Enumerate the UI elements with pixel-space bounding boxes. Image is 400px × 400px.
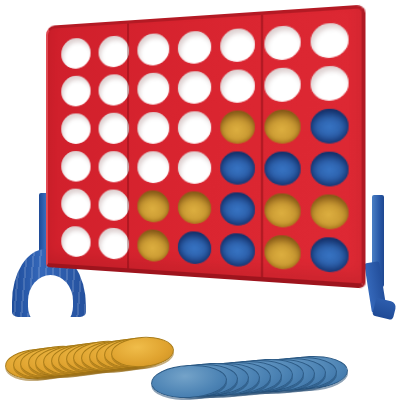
- board-cell: [306, 191, 354, 235]
- blue-disc: [311, 109, 349, 144]
- board-cell: [174, 148, 216, 189]
- empty-hole: [61, 188, 90, 219]
- board-cell: [57, 148, 94, 186]
- board-panel-seam-left: [127, 24, 129, 269]
- board-cell: [260, 190, 306, 233]
- board-cell: [216, 189, 260, 231]
- board-cell: [306, 105, 354, 148]
- board-cell: [306, 148, 354, 191]
- empty-hole: [61, 37, 90, 69]
- board-panel-seam-right: [261, 15, 263, 277]
- blue-disc: [264, 152, 300, 186]
- empty-hole: [137, 151, 169, 183]
- yellow-disc: [264, 193, 300, 228]
- yellow-disc: [311, 194, 349, 230]
- board-cell: [174, 108, 216, 148]
- empty-hole: [264, 25, 300, 61]
- empty-hole: [178, 111, 211, 144]
- yellow-disc: [137, 229, 169, 262]
- blue-disc: [311, 152, 349, 187]
- blue-disc: [311, 237, 349, 274]
- yellow-disc: [178, 191, 211, 225]
- empty-hole: [61, 75, 90, 106]
- product-photo-stage: Connect Four (giant wooden garden versio…: [0, 0, 400, 400]
- board-cell: [57, 222, 94, 262]
- empty-hole: [264, 67, 300, 102]
- blue-disc: [220, 233, 255, 268]
- board-cell: [133, 29, 173, 70]
- board-cell: [260, 64, 306, 107]
- empty-hole: [137, 72, 169, 105]
- empty-hole: [99, 151, 130, 182]
- board-cell: [260, 21, 306, 65]
- board-cell: [57, 34, 94, 73]
- empty-hole: [220, 69, 255, 103]
- empty-hole: [178, 151, 211, 184]
- yellow-disc: [264, 235, 300, 271]
- empty-hole: [99, 35, 130, 68]
- board-cell: [216, 24, 260, 67]
- board-cell: [174, 188, 216, 229]
- board-cell: [260, 106, 306, 148]
- game-board: [46, 5, 366, 289]
- board-cell: [216, 107, 260, 148]
- board-cell: [174, 27, 216, 69]
- board-cell: [174, 227, 216, 269]
- board-cell: [306, 233, 354, 278]
- empty-hole: [137, 33, 169, 66]
- empty-hole: [178, 30, 211, 64]
- empty-hole: [61, 113, 90, 144]
- empty-hole: [311, 22, 349, 59]
- yellow-disc: [264, 109, 300, 143]
- empty-hole: [99, 113, 130, 144]
- empty-hole: [178, 71, 211, 104]
- empty-hole: [61, 151, 90, 182]
- right-stand-foot: [372, 298, 397, 321]
- board-cell: [306, 62, 354, 106]
- board-cell: [133, 226, 173, 267]
- board-cell: [133, 187, 173, 227]
- empty-hole: [61, 226, 90, 258]
- board-cell: [260, 148, 306, 190]
- yellow-disc: [137, 190, 169, 223]
- game-board-grid: [48, 9, 354, 278]
- board-cell: [216, 229, 260, 272]
- empty-hole: [99, 74, 130, 106]
- board-cell: [57, 185, 94, 224]
- empty-hole: [311, 65, 349, 101]
- board-cell: [57, 110, 94, 148]
- empty-hole: [99, 227, 130, 260]
- blue-disc: [220, 192, 255, 226]
- empty-hole: [137, 112, 169, 144]
- blue-disc: [220, 151, 255, 185]
- board-cell: [133, 108, 173, 148]
- board-cell: [216, 148, 260, 189]
- empty-hole: [99, 189, 130, 221]
- board-cell: [57, 72, 94, 111]
- board-cell: [306, 18, 354, 63]
- board-cell: [133, 69, 173, 109]
- board-cell: [174, 67, 216, 108]
- board-cell: [216, 65, 260, 107]
- yellow-disc: [220, 110, 255, 144]
- board-cell: [260, 231, 306, 275]
- board-cell: [133, 148, 173, 188]
- empty-hole: [220, 28, 255, 63]
- blue-disc: [178, 231, 211, 265]
